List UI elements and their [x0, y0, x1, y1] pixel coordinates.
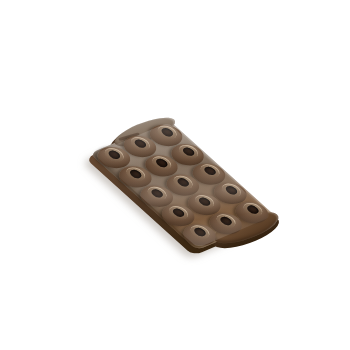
product-photo — [0, 0, 350, 350]
